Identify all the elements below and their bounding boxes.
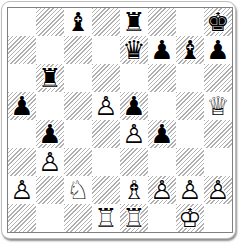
square-c8: ♝: [64, 8, 92, 36]
black-king-piece: ♚: [204, 8, 232, 36]
square-h5: ♛♕: [204, 92, 232, 120]
square-f3: [148, 148, 176, 176]
square-d6: [92, 64, 120, 92]
square-a5: ♟: [8, 92, 36, 120]
white-king-piece: ♚♔: [176, 204, 204, 232]
square-f6: [148, 64, 176, 92]
black-bishop-piece: ♝: [176, 36, 204, 64]
white-piece-outline: ♙: [8, 176, 36, 204]
black-pawn-piece: ♟: [148, 120, 176, 148]
white-piece-outline: ♖: [92, 204, 120, 232]
square-h4: [204, 120, 232, 148]
square-h6: [204, 64, 232, 92]
square-g5: [176, 92, 204, 120]
white-piece-outline: ♙: [176, 176, 204, 204]
square-h3: [204, 148, 232, 176]
black-pawn-piece: ♟: [204, 36, 232, 64]
square-a2: ♟♙: [8, 176, 36, 204]
square-b2: [36, 176, 64, 204]
square-g6: [176, 64, 204, 92]
white-piece-outline: ♖: [120, 204, 148, 232]
square-f1: [148, 204, 176, 232]
square-b5: [36, 92, 64, 120]
white-piece-outline: ♘: [64, 176, 92, 204]
white-pawn-piece: ♟♙: [36, 148, 64, 176]
black-pawn-piece: ♟: [8, 92, 36, 120]
chess-board: ♝♜♚♛♟♝♟♜♟♟♙♟♛♕♟♟♙♟♟♙♟♙♞♘♝♗♟♙♟♙♟♙♜♖♜♖♚♔: [7, 7, 233, 233]
square-b4: ♟: [36, 120, 64, 148]
square-e8: ♜: [120, 8, 148, 36]
white-piece-outline: ♕: [204, 92, 232, 120]
square-a3: [8, 148, 36, 176]
square-a1: [8, 204, 36, 232]
white-piece-outline: ♙: [92, 92, 120, 120]
square-a7: [8, 36, 36, 64]
square-f4: ♟: [148, 120, 176, 148]
white-piece-outline: ♔: [176, 204, 204, 232]
square-c5: [64, 92, 92, 120]
square-b8: [36, 8, 64, 36]
black-queen-piece: ♛: [120, 36, 148, 64]
square-h2: ♟♙: [204, 176, 232, 204]
square-e1: ♜♖: [120, 204, 148, 232]
square-a4: [8, 120, 36, 148]
square-h7: ♟: [204, 36, 232, 64]
black-bishop-piece: ♝: [64, 8, 92, 36]
square-b7: [36, 36, 64, 64]
white-bishop-piece: ♝♗: [120, 176, 148, 204]
square-d2: [92, 176, 120, 204]
square-e6: [120, 64, 148, 92]
square-c6: [64, 64, 92, 92]
square-b1: [36, 204, 64, 232]
black-rook-piece: ♜: [36, 64, 64, 92]
square-d1: ♜♖: [92, 204, 120, 232]
square-g8: [176, 8, 204, 36]
square-e4: ♟♙: [120, 120, 148, 148]
white-pawn-piece: ♟♙: [120, 120, 148, 148]
square-g4: [176, 120, 204, 148]
square-a6: [8, 64, 36, 92]
diagram-frame: ♝♜♚♛♟♝♟♜♟♟♙♟♛♕♟♟♙♟♟♙♟♙♞♘♝♗♟♙♟♙♟♙♜♖♜♖♚♔: [1, 1, 236, 239]
white-piece-outline: ♙: [148, 176, 176, 204]
white-queen-piece: ♛♕: [204, 92, 232, 120]
white-pawn-piece: ♟♙: [8, 176, 36, 204]
square-g7: ♝: [176, 36, 204, 64]
square-f8: [148, 8, 176, 36]
white-piece-outline: ♙: [36, 148, 64, 176]
square-b6: ♜: [36, 64, 64, 92]
white-pawn-piece: ♟♙: [176, 176, 204, 204]
square-a8: [8, 8, 36, 36]
white-piece-outline: ♙: [204, 176, 232, 204]
square-c1: [64, 204, 92, 232]
square-d5: ♟♙: [92, 92, 120, 120]
square-d7: [92, 36, 120, 64]
black-rook-piece: ♜: [120, 8, 148, 36]
square-g3: [176, 148, 204, 176]
white-pawn-piece: ♟♙: [92, 92, 120, 120]
square-f7: ♟: [148, 36, 176, 64]
square-e5: ♟: [120, 92, 148, 120]
white-pawn-piece: ♟♙: [148, 176, 176, 204]
square-h8: ♚: [204, 8, 232, 36]
black-pawn-piece: ♟: [36, 120, 64, 148]
white-piece-outline: ♗: [120, 176, 148, 204]
square-e3: [120, 148, 148, 176]
white-piece-outline: ♙: [120, 120, 148, 148]
square-g1: ♚♔: [176, 204, 204, 232]
black-pawn-piece: ♟: [148, 36, 176, 64]
white-rook-piece: ♜♖: [92, 204, 120, 232]
square-d4: [92, 120, 120, 148]
square-h1: [204, 204, 232, 232]
square-c2: ♞♘: [64, 176, 92, 204]
square-f5: [148, 92, 176, 120]
square-c4: [64, 120, 92, 148]
square-e2: ♝♗: [120, 176, 148, 204]
square-f2: ♟♙: [148, 176, 176, 204]
square-c7: [64, 36, 92, 64]
white-pawn-piece: ♟♙: [204, 176, 232, 204]
square-b3: ♟♙: [36, 148, 64, 176]
square-c3: [64, 148, 92, 176]
square-d3: [92, 148, 120, 176]
square-g2: ♟♙: [176, 176, 204, 204]
square-d8: [92, 8, 120, 36]
square-e7: ♛: [120, 36, 148, 64]
black-pawn-piece: ♟: [120, 92, 148, 120]
white-rook-piece: ♜♖: [120, 204, 148, 232]
white-knight-piece: ♞♘: [64, 176, 92, 204]
